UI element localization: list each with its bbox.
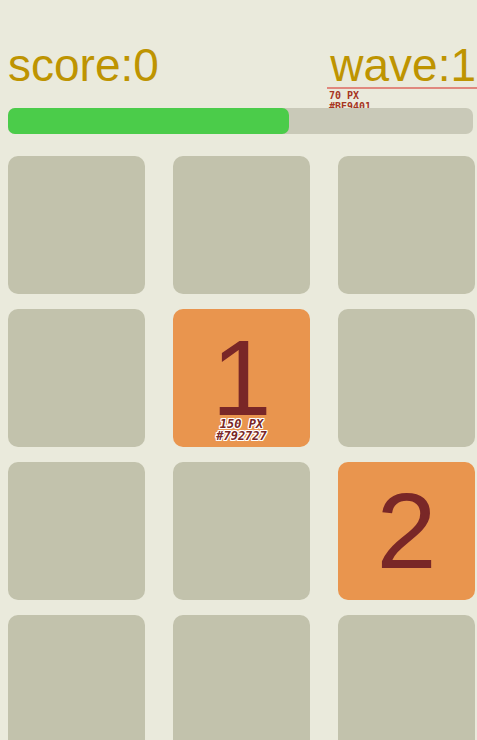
tile-1-digit: 1 <box>211 324 271 432</box>
tile-2[interactable]: 2 <box>338 462 475 600</box>
wave-underline <box>327 87 477 89</box>
grid-cell-r1c0[interactable] <box>8 309 145 447</box>
wave-progress-fill <box>8 108 289 134</box>
wave-annotation-size: 70 PX <box>329 90 371 101</box>
tile-size-annotation: 150 PX #792727 <box>173 418 310 442</box>
tile-2-digit: 2 <box>376 477 436 585</box>
grid-cell-r2c1[interactable] <box>173 462 310 600</box>
grid-cell-r1c2[interactable] <box>338 309 475 447</box>
grid-cell-r3c1[interactable] <box>173 615 310 740</box>
grid-cell-r3c0[interactable] <box>8 615 145 740</box>
grid-cell-r0c1[interactable] <box>173 156 310 294</box>
tile-annotation-color: #792727 <box>173 430 310 442</box>
board-grid[interactable]: 1 150 PX #792727 2 <box>8 156 475 740</box>
grid-cell-r3c2[interactable] <box>338 615 475 740</box>
grid-cell-r2c0[interactable] <box>8 462 145 600</box>
grid-cell-r0c2[interactable] <box>338 156 475 294</box>
grid-cell-r0c0[interactable] <box>8 156 145 294</box>
tile-1[interactable]: 1 150 PX #792727 <box>173 309 310 447</box>
wave-label: wave:1 <box>330 40 476 90</box>
score-label: score:0 <box>8 40 159 90</box>
wave-progress-bar <box>8 108 473 134</box>
